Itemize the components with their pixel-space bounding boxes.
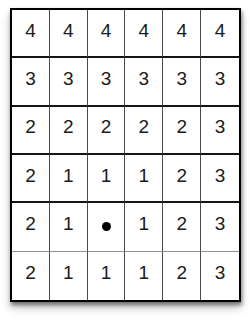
cell-r1c5: 4 bbox=[163, 10, 201, 58]
cell-r6c4: 1 bbox=[125, 252, 163, 300]
cell-r6c3: 1 bbox=[88, 252, 126, 300]
cell-r2c4: 3 bbox=[125, 58, 163, 106]
cell-r4c2: 1 bbox=[50, 155, 88, 203]
cell-r3c1: 2 bbox=[12, 107, 50, 155]
cell-r2c1: 3 bbox=[12, 58, 50, 106]
board-frame: 44444433333322222321112321123211123 bbox=[10, 8, 241, 302]
cell-r5c3 bbox=[88, 203, 126, 251]
number-grid: 44444433333322222321112321123211123 bbox=[12, 10, 239, 300]
cell-r4c4: 1 bbox=[125, 155, 163, 203]
cell-r3c6: 3 bbox=[201, 107, 239, 155]
cell-r2c3: 3 bbox=[88, 58, 126, 106]
cell-r5c6: 3 bbox=[201, 203, 239, 251]
cell-r6c2: 1 bbox=[50, 252, 88, 300]
cell-r4c3: 1 bbox=[88, 155, 126, 203]
cell-r5c1: 2 bbox=[12, 203, 50, 251]
cell-r1c2: 4 bbox=[50, 10, 88, 58]
cell-r5c2: 1 bbox=[50, 203, 88, 251]
cell-r1c1: 4 bbox=[12, 10, 50, 58]
cell-r2c5: 3 bbox=[163, 58, 201, 106]
cell-r3c5: 2 bbox=[163, 107, 201, 155]
cell-r6c6: 3 bbox=[201, 252, 239, 300]
cell-r3c2: 2 bbox=[50, 107, 88, 155]
cell-r3c3: 2 bbox=[88, 107, 126, 155]
dot-marker bbox=[102, 222, 111, 231]
cell-r1c6: 4 bbox=[201, 10, 239, 58]
cell-r4c6: 3 bbox=[201, 155, 239, 203]
cell-r4c5: 2 bbox=[163, 155, 201, 203]
cell-r2c2: 3 bbox=[50, 58, 88, 106]
cell-r1c4: 4 bbox=[125, 10, 163, 58]
cell-r6c1: 2 bbox=[12, 252, 50, 300]
cell-r6c5: 2 bbox=[163, 252, 201, 300]
cell-r4c1: 2 bbox=[12, 155, 50, 203]
cell-r1c3: 4 bbox=[88, 10, 126, 58]
cell-r3c4: 2 bbox=[125, 107, 163, 155]
cell-r5c4: 1 bbox=[125, 203, 163, 251]
cell-r2c6: 3 bbox=[201, 58, 239, 106]
cell-r5c5: 2 bbox=[163, 203, 201, 251]
